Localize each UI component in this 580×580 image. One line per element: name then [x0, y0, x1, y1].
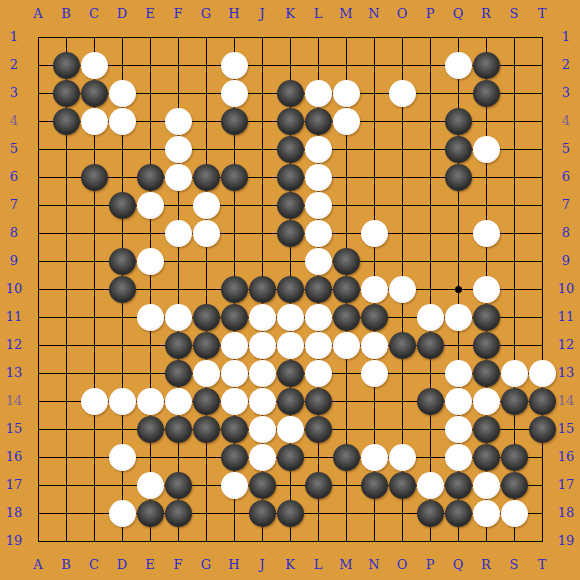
intersection-N14[interactable]: [360, 387, 388, 415]
intersection-Q13[interactable]: [444, 359, 472, 387]
intersection-M9[interactable]: [332, 247, 360, 275]
intersection-G5[interactable]: [192, 135, 220, 163]
intersection-N19[interactable]: [360, 527, 388, 555]
intersection-B10[interactable]: [52, 275, 80, 303]
intersection-J17[interactable]: [248, 471, 276, 499]
intersection-N4[interactable]: [360, 107, 388, 135]
intersection-C8[interactable]: [80, 219, 108, 247]
intersection-G1[interactable]: [192, 23, 220, 51]
intersection-Q18[interactable]: [444, 499, 472, 527]
intersection-P8[interactable]: [416, 219, 444, 247]
intersection-N13[interactable]: [360, 359, 388, 387]
intersection-S5[interactable]: [500, 135, 528, 163]
intersection-F2[interactable]: [164, 51, 192, 79]
intersection-A5[interactable]: [24, 135, 52, 163]
intersection-O9[interactable]: [388, 247, 416, 275]
intersection-R12[interactable]: [472, 331, 500, 359]
intersection-H8[interactable]: [220, 219, 248, 247]
intersection-S8[interactable]: [500, 219, 528, 247]
intersection-O18[interactable]: [388, 499, 416, 527]
intersection-L12[interactable]: [304, 331, 332, 359]
intersection-O16[interactable]: [388, 443, 416, 471]
intersection-N17[interactable]: [360, 471, 388, 499]
intersection-O7[interactable]: [388, 191, 416, 219]
intersection-C14[interactable]: [80, 387, 108, 415]
intersection-G18[interactable]: [192, 499, 220, 527]
intersection-F13[interactable]: [164, 359, 192, 387]
intersection-P14[interactable]: [416, 387, 444, 415]
intersection-T10[interactable]: [528, 275, 556, 303]
intersection-A1[interactable]: [24, 23, 52, 51]
intersection-M17[interactable]: [332, 471, 360, 499]
intersection-J18[interactable]: [248, 499, 276, 527]
intersection-T18[interactable]: [528, 499, 556, 527]
intersection-T2[interactable]: [528, 51, 556, 79]
intersection-D9[interactable]: [108, 247, 136, 275]
intersection-J19[interactable]: [248, 527, 276, 555]
intersection-L6[interactable]: [304, 163, 332, 191]
intersection-K9[interactable]: [276, 247, 304, 275]
intersection-Q15[interactable]: [444, 415, 472, 443]
intersection-R10[interactable]: [472, 275, 500, 303]
intersection-K10[interactable]: [276, 275, 304, 303]
intersection-H12[interactable]: [220, 331, 248, 359]
intersection-T14[interactable]: [528, 387, 556, 415]
intersection-M12[interactable]: [332, 331, 360, 359]
intersection-J16[interactable]: [248, 443, 276, 471]
intersection-F19[interactable]: [164, 527, 192, 555]
intersection-C5[interactable]: [80, 135, 108, 163]
intersection-B8[interactable]: [52, 219, 80, 247]
intersection-D16[interactable]: [108, 443, 136, 471]
intersection-N2[interactable]: [360, 51, 388, 79]
intersection-T19[interactable]: [528, 527, 556, 555]
intersection-S12[interactable]: [500, 331, 528, 359]
intersection-M4[interactable]: [332, 107, 360, 135]
intersection-M15[interactable]: [332, 415, 360, 443]
intersection-N16[interactable]: [360, 443, 388, 471]
intersection-Q16[interactable]: [444, 443, 472, 471]
intersection-Q6[interactable]: [444, 163, 472, 191]
intersection-E11[interactable]: [136, 303, 164, 331]
intersection-R15[interactable]: [472, 415, 500, 443]
intersection-P19[interactable]: [416, 527, 444, 555]
intersection-N8[interactable]: [360, 219, 388, 247]
intersection-C9[interactable]: [80, 247, 108, 275]
intersection-O8[interactable]: [388, 219, 416, 247]
intersection-H19[interactable]: [220, 527, 248, 555]
intersection-L18[interactable]: [304, 499, 332, 527]
intersection-G7[interactable]: [192, 191, 220, 219]
intersection-D12[interactable]: [108, 331, 136, 359]
intersection-F3[interactable]: [164, 79, 192, 107]
intersection-T4[interactable]: [528, 107, 556, 135]
intersection-Q5[interactable]: [444, 135, 472, 163]
intersection-A18[interactable]: [24, 499, 52, 527]
intersection-Q1[interactable]: [444, 23, 472, 51]
intersection-L4[interactable]: [304, 107, 332, 135]
intersection-A16[interactable]: [24, 443, 52, 471]
intersection-C13[interactable]: [80, 359, 108, 387]
intersection-P6[interactable]: [416, 163, 444, 191]
intersection-R8[interactable]: [472, 219, 500, 247]
intersection-P16[interactable]: [416, 443, 444, 471]
intersection-T11[interactable]: [528, 303, 556, 331]
intersection-O4[interactable]: [388, 107, 416, 135]
intersection-E18[interactable]: [136, 499, 164, 527]
intersection-H13[interactable]: [220, 359, 248, 387]
intersection-R17[interactable]: [472, 471, 500, 499]
intersection-P4[interactable]: [416, 107, 444, 135]
intersection-R16[interactable]: [472, 443, 500, 471]
intersection-C3[interactable]: [80, 79, 108, 107]
intersection-C4[interactable]: [80, 107, 108, 135]
intersection-K14[interactable]: [276, 387, 304, 415]
intersection-P13[interactable]: [416, 359, 444, 387]
intersection-G12[interactable]: [192, 331, 220, 359]
intersection-M2[interactable]: [332, 51, 360, 79]
intersection-H3[interactable]: [220, 79, 248, 107]
intersection-D7[interactable]: [108, 191, 136, 219]
intersection-R7[interactable]: [472, 191, 500, 219]
intersection-P2[interactable]: [416, 51, 444, 79]
intersection-K5[interactable]: [276, 135, 304, 163]
intersection-F9[interactable]: [164, 247, 192, 275]
intersection-L19[interactable]: [304, 527, 332, 555]
intersection-Q7[interactable]: [444, 191, 472, 219]
intersection-S19[interactable]: [500, 527, 528, 555]
intersection-E5[interactable]: [136, 135, 164, 163]
intersection-F8[interactable]: [164, 219, 192, 247]
intersection-S7[interactable]: [500, 191, 528, 219]
intersection-H14[interactable]: [220, 387, 248, 415]
intersection-T9[interactable]: [528, 247, 556, 275]
intersection-B1[interactable]: [52, 23, 80, 51]
intersection-P11[interactable]: [416, 303, 444, 331]
intersection-J2[interactable]: [248, 51, 276, 79]
intersection-S17[interactable]: [500, 471, 528, 499]
intersection-F6[interactable]: [164, 163, 192, 191]
intersection-S4[interactable]: [500, 107, 528, 135]
intersection-J9[interactable]: [248, 247, 276, 275]
intersection-E13[interactable]: [136, 359, 164, 387]
intersection-H17[interactable]: [220, 471, 248, 499]
intersection-E2[interactable]: [136, 51, 164, 79]
intersection-K19[interactable]: [276, 527, 304, 555]
intersection-J1[interactable]: [248, 23, 276, 51]
intersection-S14[interactable]: [500, 387, 528, 415]
intersection-K8[interactable]: [276, 219, 304, 247]
intersection-Q11[interactable]: [444, 303, 472, 331]
intersection-O19[interactable]: [388, 527, 416, 555]
intersection-S13[interactable]: [500, 359, 528, 387]
intersection-M8[interactable]: [332, 219, 360, 247]
intersection-A6[interactable]: [24, 163, 52, 191]
intersection-B4[interactable]: [52, 107, 80, 135]
intersection-D18[interactable]: [108, 499, 136, 527]
intersection-A14[interactable]: [24, 387, 52, 415]
intersection-G6[interactable]: [192, 163, 220, 191]
intersection-N3[interactable]: [360, 79, 388, 107]
intersection-D1[interactable]: [108, 23, 136, 51]
intersection-Q19[interactable]: [444, 527, 472, 555]
intersection-S16[interactable]: [500, 443, 528, 471]
intersection-C16[interactable]: [80, 443, 108, 471]
intersection-B2[interactable]: [52, 51, 80, 79]
intersection-Q9[interactable]: [444, 247, 472, 275]
intersection-H6[interactable]: [220, 163, 248, 191]
intersection-C15[interactable]: [80, 415, 108, 443]
intersection-F15[interactable]: [164, 415, 192, 443]
intersection-J11[interactable]: [248, 303, 276, 331]
intersection-M7[interactable]: [332, 191, 360, 219]
intersection-E9[interactable]: [136, 247, 164, 275]
intersection-B3[interactable]: [52, 79, 80, 107]
intersection-K1[interactable]: [276, 23, 304, 51]
intersection-J3[interactable]: [248, 79, 276, 107]
intersection-S11[interactable]: [500, 303, 528, 331]
intersection-P7[interactable]: [416, 191, 444, 219]
intersection-C18[interactable]: [80, 499, 108, 527]
intersection-B12[interactable]: [52, 331, 80, 359]
intersection-P15[interactable]: [416, 415, 444, 443]
intersection-G3[interactable]: [192, 79, 220, 107]
intersection-E15[interactable]: [136, 415, 164, 443]
intersection-E4[interactable]: [136, 107, 164, 135]
intersection-A12[interactable]: [24, 331, 52, 359]
intersection-B18[interactable]: [52, 499, 80, 527]
intersection-H7[interactable]: [220, 191, 248, 219]
intersection-N15[interactable]: [360, 415, 388, 443]
intersection-H5[interactable]: [220, 135, 248, 163]
intersection-A3[interactable]: [24, 79, 52, 107]
intersection-M10[interactable]: [332, 275, 360, 303]
intersection-D10[interactable]: [108, 275, 136, 303]
intersection-E12[interactable]: [136, 331, 164, 359]
intersection-F10[interactable]: [164, 275, 192, 303]
intersection-H15[interactable]: [220, 415, 248, 443]
intersection-D5[interactable]: [108, 135, 136, 163]
intersection-R11[interactable]: [472, 303, 500, 331]
intersection-B15[interactable]: [52, 415, 80, 443]
intersection-J8[interactable]: [248, 219, 276, 247]
intersection-T6[interactable]: [528, 163, 556, 191]
intersection-B11[interactable]: [52, 303, 80, 331]
intersection-R3[interactable]: [472, 79, 500, 107]
intersection-S10[interactable]: [500, 275, 528, 303]
intersection-N5[interactable]: [360, 135, 388, 163]
intersection-K17[interactable]: [276, 471, 304, 499]
intersection-R5[interactable]: [472, 135, 500, 163]
intersection-B13[interactable]: [52, 359, 80, 387]
intersection-H9[interactable]: [220, 247, 248, 275]
intersection-E3[interactable]: [136, 79, 164, 107]
intersection-H2[interactable]: [220, 51, 248, 79]
intersection-T5[interactable]: [528, 135, 556, 163]
intersection-B14[interactable]: [52, 387, 80, 415]
intersection-T1[interactable]: [528, 23, 556, 51]
intersection-F5[interactable]: [164, 135, 192, 163]
intersection-R14[interactable]: [472, 387, 500, 415]
intersection-A13[interactable]: [24, 359, 52, 387]
intersection-H4[interactable]: [220, 107, 248, 135]
intersection-K2[interactable]: [276, 51, 304, 79]
intersection-J14[interactable]: [248, 387, 276, 415]
intersection-H16[interactable]: [220, 443, 248, 471]
intersection-Q10[interactable]: [444, 275, 472, 303]
intersection-T8[interactable]: [528, 219, 556, 247]
intersection-G15[interactable]: [192, 415, 220, 443]
intersection-J7[interactable]: [248, 191, 276, 219]
intersection-E14[interactable]: [136, 387, 164, 415]
intersection-S1[interactable]: [500, 23, 528, 51]
intersection-E6[interactable]: [136, 163, 164, 191]
intersection-N12[interactable]: [360, 331, 388, 359]
intersection-L8[interactable]: [304, 219, 332, 247]
intersection-P3[interactable]: [416, 79, 444, 107]
intersection-Q2[interactable]: [444, 51, 472, 79]
intersection-B5[interactable]: [52, 135, 80, 163]
intersection-Q4[interactable]: [444, 107, 472, 135]
intersection-F11[interactable]: [164, 303, 192, 331]
intersection-G2[interactable]: [192, 51, 220, 79]
intersection-M5[interactable]: [332, 135, 360, 163]
intersection-G13[interactable]: [192, 359, 220, 387]
intersection-D15[interactable]: [108, 415, 136, 443]
intersection-A9[interactable]: [24, 247, 52, 275]
intersection-S3[interactable]: [500, 79, 528, 107]
intersection-L16[interactable]: [304, 443, 332, 471]
intersection-G17[interactable]: [192, 471, 220, 499]
intersection-O15[interactable]: [388, 415, 416, 443]
intersection-B16[interactable]: [52, 443, 80, 471]
intersection-R1[interactable]: [472, 23, 500, 51]
intersection-L5[interactable]: [304, 135, 332, 163]
intersection-O5[interactable]: [388, 135, 416, 163]
intersection-M3[interactable]: [332, 79, 360, 107]
intersection-N18[interactable]: [360, 499, 388, 527]
intersection-J12[interactable]: [248, 331, 276, 359]
intersection-K7[interactable]: [276, 191, 304, 219]
intersection-C17[interactable]: [80, 471, 108, 499]
intersection-F12[interactable]: [164, 331, 192, 359]
intersection-N6[interactable]: [360, 163, 388, 191]
intersection-G11[interactable]: [192, 303, 220, 331]
intersection-A2[interactable]: [24, 51, 52, 79]
intersection-B19[interactable]: [52, 527, 80, 555]
intersection-N9[interactable]: [360, 247, 388, 275]
intersection-D6[interactable]: [108, 163, 136, 191]
intersection-G19[interactable]: [192, 527, 220, 555]
intersection-P18[interactable]: [416, 499, 444, 527]
intersection-B7[interactable]: [52, 191, 80, 219]
intersection-K16[interactable]: [276, 443, 304, 471]
intersection-D3[interactable]: [108, 79, 136, 107]
intersection-D13[interactable]: [108, 359, 136, 387]
intersection-O3[interactable]: [388, 79, 416, 107]
intersection-F4[interactable]: [164, 107, 192, 135]
intersection-O12[interactable]: [388, 331, 416, 359]
intersection-L15[interactable]: [304, 415, 332, 443]
intersection-P10[interactable]: [416, 275, 444, 303]
intersection-J10[interactable]: [248, 275, 276, 303]
intersection-D19[interactable]: [108, 527, 136, 555]
intersection-F1[interactable]: [164, 23, 192, 51]
intersection-L17[interactable]: [304, 471, 332, 499]
intersection-J4[interactable]: [248, 107, 276, 135]
intersection-G9[interactable]: [192, 247, 220, 275]
intersection-E17[interactable]: [136, 471, 164, 499]
intersection-G4[interactable]: [192, 107, 220, 135]
intersection-F17[interactable]: [164, 471, 192, 499]
intersection-T7[interactable]: [528, 191, 556, 219]
intersection-R9[interactable]: [472, 247, 500, 275]
intersection-J5[interactable]: [248, 135, 276, 163]
intersection-T12[interactable]: [528, 331, 556, 359]
intersection-O13[interactable]: [388, 359, 416, 387]
intersection-T17[interactable]: [528, 471, 556, 499]
intersection-P9[interactable]: [416, 247, 444, 275]
intersection-C6[interactable]: [80, 163, 108, 191]
intersection-L3[interactable]: [304, 79, 332, 107]
intersection-T3[interactable]: [528, 79, 556, 107]
intersection-F18[interactable]: [164, 499, 192, 527]
intersection-O6[interactable]: [388, 163, 416, 191]
intersection-P5[interactable]: [416, 135, 444, 163]
intersection-F16[interactable]: [164, 443, 192, 471]
intersection-D2[interactable]: [108, 51, 136, 79]
intersection-O17[interactable]: [388, 471, 416, 499]
intersection-A10[interactable]: [24, 275, 52, 303]
intersection-A17[interactable]: [24, 471, 52, 499]
intersection-H10[interactable]: [220, 275, 248, 303]
intersection-R4[interactable]: [472, 107, 500, 135]
intersection-J13[interactable]: [248, 359, 276, 387]
intersection-C10[interactable]: [80, 275, 108, 303]
intersection-K6[interactable]: [276, 163, 304, 191]
intersection-O2[interactable]: [388, 51, 416, 79]
intersection-L2[interactable]: [304, 51, 332, 79]
intersection-E7[interactable]: [136, 191, 164, 219]
intersection-Q14[interactable]: [444, 387, 472, 415]
intersection-A15[interactable]: [24, 415, 52, 443]
intersection-O1[interactable]: [388, 23, 416, 51]
intersection-K18[interactable]: [276, 499, 304, 527]
intersection-C1[interactable]: [80, 23, 108, 51]
intersection-S6[interactable]: [500, 163, 528, 191]
intersection-L10[interactable]: [304, 275, 332, 303]
intersection-P12[interactable]: [416, 331, 444, 359]
intersection-D17[interactable]: [108, 471, 136, 499]
intersection-C2[interactable]: [80, 51, 108, 79]
intersection-N1[interactable]: [360, 23, 388, 51]
intersection-S2[interactable]: [500, 51, 528, 79]
intersection-S9[interactable]: [500, 247, 528, 275]
intersection-R13[interactable]: [472, 359, 500, 387]
intersection-A7[interactable]: [24, 191, 52, 219]
intersection-H18[interactable]: [220, 499, 248, 527]
intersection-T13[interactable]: [528, 359, 556, 387]
intersection-L14[interactable]: [304, 387, 332, 415]
intersection-G8[interactable]: [192, 219, 220, 247]
intersection-M14[interactable]: [332, 387, 360, 415]
intersection-Q17[interactable]: [444, 471, 472, 499]
intersection-E8[interactable]: [136, 219, 164, 247]
intersection-T16[interactable]: [528, 443, 556, 471]
intersection-A19[interactable]: [24, 527, 52, 555]
intersection-G16[interactable]: [192, 443, 220, 471]
intersection-B17[interactable]: [52, 471, 80, 499]
